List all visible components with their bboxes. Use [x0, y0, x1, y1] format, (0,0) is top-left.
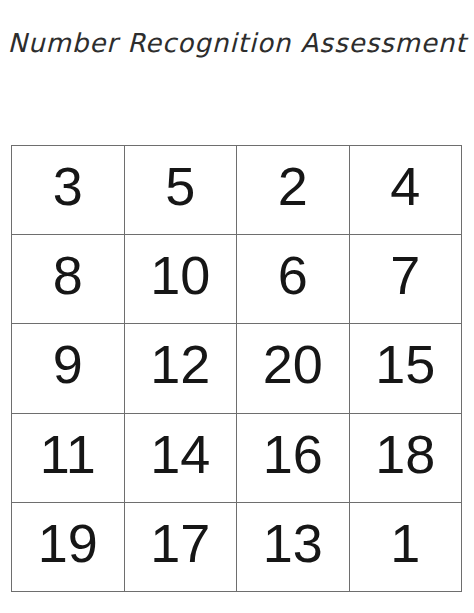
number-grid: 3 5 2 4 8 10 6 7 9 12 20 15 11 14 16 18 … — [11, 145, 462, 592]
grid-cell: 20 — [237, 324, 350, 413]
grid-cell: 6 — [237, 235, 350, 324]
grid-cell: 5 — [125, 146, 238, 235]
grid-cell: 9 — [12, 324, 125, 413]
grid-cell: 7 — [350, 235, 463, 324]
grid-cell: 11 — [12, 414, 125, 503]
grid-cell: 14 — [125, 414, 238, 503]
grid-cell: 18 — [350, 414, 463, 503]
grid-cell: 10 — [125, 235, 238, 324]
grid-cell: 15 — [350, 324, 463, 413]
worksheet-page: Number Recognition Assessment 3 5 2 4 8 … — [0, 0, 474, 613]
grid-cell: 3 — [12, 146, 125, 235]
page-title: Number Recognition Assessment — [0, 28, 474, 58]
grid-cell: 12 — [125, 324, 238, 413]
grid-cell: 1 — [350, 503, 463, 592]
grid-cell: 2 — [237, 146, 350, 235]
grid-cell: 19 — [12, 503, 125, 592]
grid-cell: 8 — [12, 235, 125, 324]
grid-cell: 17 — [125, 503, 238, 592]
grid-cell: 4 — [350, 146, 463, 235]
grid-cell: 16 — [237, 414, 350, 503]
grid-cell: 13 — [237, 503, 350, 592]
